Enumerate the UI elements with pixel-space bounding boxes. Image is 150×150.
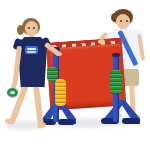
- girl-ponytail: [17, 25, 24, 35]
- left-yellow-ring-stack: [55, 79, 66, 106]
- girl-face: [25, 21, 38, 36]
- boy-eyes: [120, 20, 122, 22]
- scene: [0, 0, 150, 150]
- boy-hand-on-rail: [98, 39, 105, 44]
- right-green-ring-stack: [110, 70, 122, 94]
- girl-right-hand: [57, 52, 62, 56]
- right-rear-foot: [122, 118, 140, 124]
- girl-back-leg: [33, 86, 43, 126]
- girl-held-green-ring: [7, 88, 18, 97]
- girl-dress-graphic-text: [27, 48, 36, 50]
- left-rear-foot: [58, 119, 75, 125]
- girl-eyes: [28, 27, 30, 29]
- right-post-cap: [112, 53, 120, 57]
